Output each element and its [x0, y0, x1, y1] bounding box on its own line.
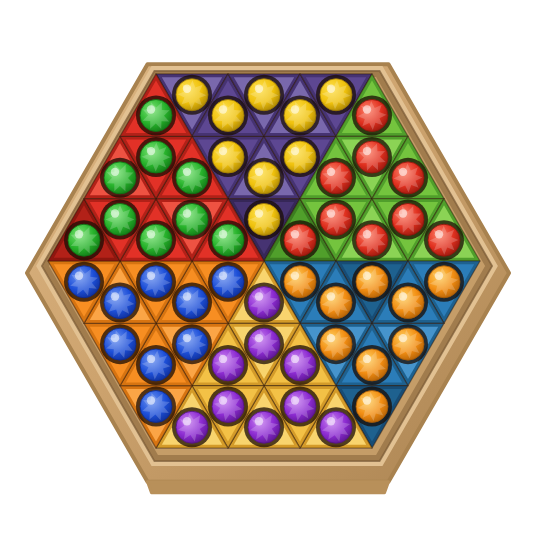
gem-highlight: [219, 230, 227, 238]
gem-highlight: [399, 334, 407, 342]
gem-highlight: [255, 209, 263, 217]
gem-highlight: [147, 355, 155, 363]
gem-highlight: [435, 272, 443, 280]
gem-highlight: [75, 230, 83, 238]
gem-highlight: [219, 272, 227, 280]
gem-highlight: [363, 396, 371, 404]
gem-highlight: [363, 147, 371, 155]
gem-highlight: [399, 292, 407, 300]
gem-highlight: [219, 355, 227, 363]
gem-highlight: [147, 230, 155, 238]
gem-highlight: [111, 334, 119, 342]
gem-highlight: [147, 272, 155, 280]
gem-highlight: [75, 272, 83, 280]
gem-highlight: [219, 396, 227, 404]
gem-highlight: [399, 209, 407, 217]
gem-highlight: [327, 334, 335, 342]
gem-highlight: [147, 147, 155, 155]
gem-highlight: [183, 292, 191, 300]
puzzle-board: [0, 0, 533, 533]
gem-highlight: [255, 85, 263, 93]
gem-highlight: [111, 292, 119, 300]
gem-highlight: [291, 272, 299, 280]
gem-highlight: [183, 209, 191, 217]
gem-highlight: [255, 334, 263, 342]
gem-highlight: [147, 105, 155, 113]
gem-highlight: [219, 147, 227, 155]
gem-highlight: [363, 230, 371, 238]
gem-highlight: [183, 168, 191, 176]
gem-highlight: [399, 168, 407, 176]
gem-highlight: [327, 292, 335, 300]
gem-highlight: [111, 209, 119, 217]
gem-highlight: [183, 334, 191, 342]
gem-highlight: [291, 230, 299, 238]
gem-highlight: [291, 105, 299, 113]
hexagon-gem-puzzle-photo: [0, 0, 533, 533]
gem-highlight: [183, 85, 191, 93]
gem-highlight: [327, 417, 335, 425]
gem-highlight: [255, 292, 263, 300]
gem-highlight: [327, 209, 335, 217]
gem-highlight: [327, 168, 335, 176]
gem-highlight: [291, 396, 299, 404]
tray-front-face: [148, 482, 389, 493]
gem-highlight: [255, 168, 263, 176]
gem-highlight: [435, 230, 443, 238]
gem-highlight: [219, 105, 227, 113]
gem-highlight: [291, 355, 299, 363]
gem-highlight: [147, 396, 155, 404]
gem-highlight: [111, 168, 119, 176]
gem-highlight: [363, 355, 371, 363]
gem-highlight: [363, 272, 371, 280]
gem-highlight: [183, 417, 191, 425]
gem-highlight: [255, 417, 263, 425]
gem-highlight: [291, 147, 299, 155]
gem-highlight: [327, 85, 335, 93]
gem-highlight: [363, 105, 371, 113]
